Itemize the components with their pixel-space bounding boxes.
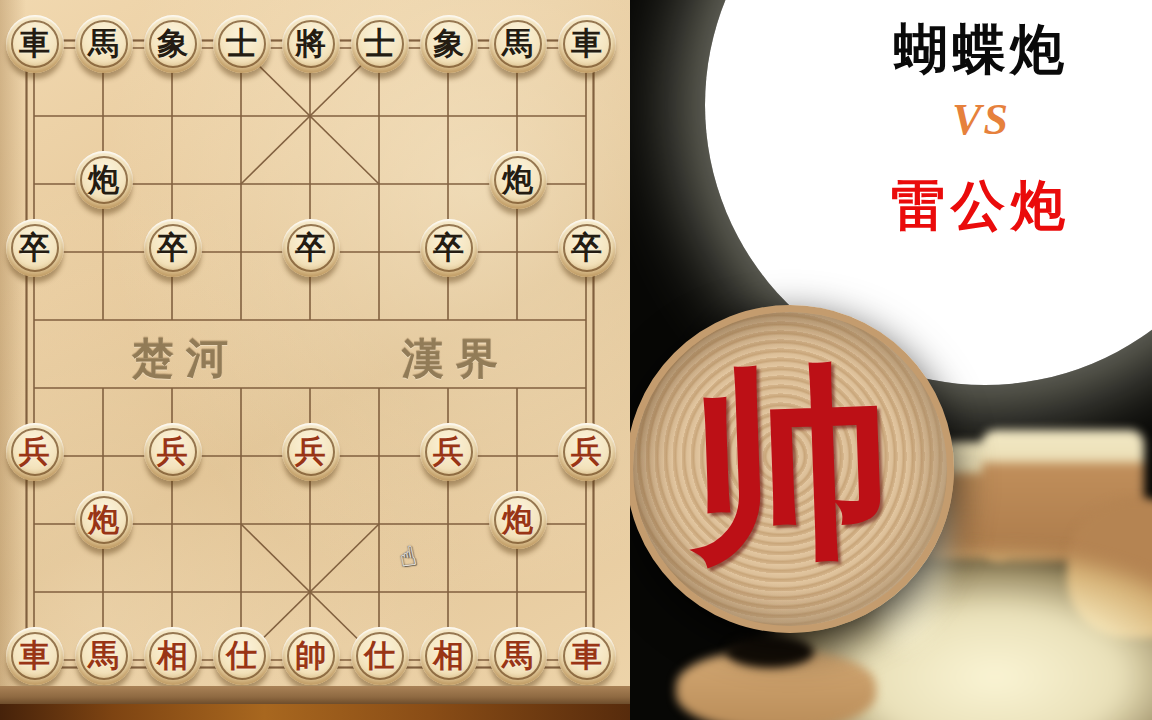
black-piece-r[interactable]: 車 xyxy=(558,15,616,73)
piece-character: 象 xyxy=(433,28,464,59)
board-cell-h5[interactable] xyxy=(483,286,552,354)
board-cell-e1[interactable] xyxy=(276,558,345,626)
title-thunder-cannon: 雷公炮 xyxy=(720,170,1152,243)
red-piece-A[interactable]: 仕 xyxy=(351,627,409,685)
piece-character: 仕 xyxy=(364,640,395,671)
black-piece-a[interactable]: 士 xyxy=(213,15,271,73)
board-cell-f4[interactable] xyxy=(345,354,414,422)
board-cell-d2[interactable] xyxy=(207,490,276,558)
board-cell-e2[interactable] xyxy=(276,490,345,558)
board-cell-f2[interactable] xyxy=(345,490,414,558)
board-cell-i0[interactable]: 車 xyxy=(552,626,621,694)
piece-character: 兵 xyxy=(19,436,50,467)
piece-contact-shadow xyxy=(726,636,814,668)
red-piece-B[interactable]: 相 xyxy=(420,627,478,685)
board-cell-g3[interactable]: 兵 xyxy=(414,422,483,490)
red-piece-R[interactable]: 車 xyxy=(558,627,616,685)
board-cell-c9[interactable]: 象 xyxy=(138,14,207,82)
board-cell-c2[interactable] xyxy=(138,490,207,558)
board-cell-a3[interactable]: 兵 xyxy=(0,422,69,490)
board-cell-i6[interactable]: 卒 xyxy=(552,218,621,286)
board-cell-g7[interactable] xyxy=(414,150,483,218)
board-cell-e4[interactable] xyxy=(276,354,345,422)
piece-character: 士 xyxy=(364,28,395,59)
board-cell-g4[interactable] xyxy=(414,354,483,422)
board-cell-g5[interactable] xyxy=(414,286,483,354)
board-cell-h8[interactable] xyxy=(483,82,552,150)
red-piece-C[interactable]: 炮 xyxy=(75,491,133,549)
board-cell-b0[interactable]: 馬 xyxy=(69,626,138,694)
board-cell-e0[interactable]: 帥 xyxy=(276,626,345,694)
board-cell-f1[interactable] xyxy=(345,558,414,626)
board-grid: 車馬象士將士象馬車炮炮卒卒卒卒卒兵兵兵兵兵炮炮車馬相仕帥仕相馬車 xyxy=(0,14,621,694)
red-piece-N[interactable]: 馬 xyxy=(75,627,133,685)
board-cell-e7[interactable] xyxy=(276,150,345,218)
board-cell-i1[interactable] xyxy=(552,558,621,626)
board-cell-i9[interactable]: 車 xyxy=(552,14,621,82)
board-cell-g9[interactable]: 象 xyxy=(414,14,483,82)
board-cell-i5[interactable] xyxy=(552,286,621,354)
board-cell-a9[interactable]: 車 xyxy=(0,14,69,82)
board-cell-b1[interactable] xyxy=(69,558,138,626)
red-piece-P[interactable]: 兵 xyxy=(558,423,616,481)
piece-character: 士 xyxy=(226,28,257,59)
piece-character: 相 xyxy=(157,640,188,671)
piece-character: 炮 xyxy=(502,504,533,535)
board-cell-a0[interactable]: 車 xyxy=(0,626,69,694)
piece-character: 卒 xyxy=(433,232,464,263)
board-cell-i2[interactable] xyxy=(552,490,621,558)
piece-character: 車 xyxy=(571,28,602,59)
board-cell-g1[interactable] xyxy=(414,558,483,626)
red-piece-P[interactable]: 兵 xyxy=(420,423,478,481)
piece-character: 馬 xyxy=(502,28,533,59)
piece-character: 兵 xyxy=(433,436,464,467)
board-cell-h1[interactable] xyxy=(483,558,552,626)
black-piece-p[interactable]: 卒 xyxy=(144,219,202,277)
board-cell-b3[interactable] xyxy=(69,422,138,490)
board-cell-a4[interactable] xyxy=(0,354,69,422)
board-cell-d3[interactable] xyxy=(207,422,276,490)
red-piece-P[interactable]: 兵 xyxy=(144,423,202,481)
board-cell-e9[interactable]: 將 xyxy=(276,14,345,82)
piece-character: 馬 xyxy=(88,640,119,671)
board-cell-g8[interactable] xyxy=(414,82,483,150)
board-cell-c0[interactable]: 相 xyxy=(138,626,207,694)
board-cell-c1[interactable] xyxy=(138,558,207,626)
black-piece-r[interactable]: 車 xyxy=(6,15,64,73)
board-cell-d7[interactable] xyxy=(207,150,276,218)
board-cell-g6[interactable]: 卒 xyxy=(414,218,483,286)
piece-character: 帥 xyxy=(295,640,326,671)
board-cell-d6[interactable] xyxy=(207,218,276,286)
board-cell-b7[interactable]: 炮 xyxy=(69,150,138,218)
piece-character: 將 xyxy=(295,28,326,59)
board-cell-a5[interactable] xyxy=(0,286,69,354)
board-cell-b8[interactable] xyxy=(69,82,138,150)
black-piece-a[interactable]: 士 xyxy=(351,15,409,73)
board-cell-b9[interactable]: 馬 xyxy=(69,14,138,82)
red-piece-N[interactable]: 馬 xyxy=(489,627,547,685)
board-cell-d8[interactable] xyxy=(207,82,276,150)
black-piece-b[interactable]: 象 xyxy=(144,15,202,73)
board-cell-a1[interactable] xyxy=(0,558,69,626)
board-cell-b5[interactable] xyxy=(69,286,138,354)
piece-character: 卒 xyxy=(295,232,326,263)
board-cell-h3[interactable] xyxy=(483,422,552,490)
xiangqi-board-panel: 楚河 漢界 車馬象士將士象馬車炮炮卒卒卒卒卒兵兵兵兵兵炮炮車馬相仕帥仕相馬車 ☝ xyxy=(0,0,630,720)
black-piece-c[interactable]: 炮 xyxy=(75,151,133,209)
red-piece-R[interactable]: 車 xyxy=(6,627,64,685)
red-piece-B[interactable]: 相 xyxy=(144,627,202,685)
board-cell-i3[interactable]: 兵 xyxy=(552,422,621,490)
board-cell-f8[interactable] xyxy=(345,82,414,150)
board-cell-d9[interactable]: 士 xyxy=(207,14,276,82)
piece-character: 卒 xyxy=(157,232,188,263)
board-cell-h7[interactable]: 炮 xyxy=(483,150,552,218)
board-cell-i7[interactable] xyxy=(552,150,621,218)
board-cell-a2[interactable] xyxy=(0,490,69,558)
piece-character: 炮 xyxy=(88,504,119,535)
red-piece-C[interactable]: 炮 xyxy=(489,491,547,549)
red-piece-P[interactable]: 兵 xyxy=(282,423,340,481)
piece-character: 炮 xyxy=(502,164,533,195)
piece-character: 車 xyxy=(19,640,50,671)
piece-character: 馬 xyxy=(502,640,533,671)
board-cell-e5[interactable] xyxy=(276,286,345,354)
board-cell-f7[interactable] xyxy=(345,150,414,218)
board-cell-d0[interactable]: 仕 xyxy=(207,626,276,694)
black-piece-n[interactable]: 馬 xyxy=(75,15,133,73)
board-cell-d4[interactable] xyxy=(207,354,276,422)
board-cell-b4[interactable] xyxy=(69,354,138,422)
board-cell-g2[interactable] xyxy=(414,490,483,558)
board-cell-h0[interactable]: 馬 xyxy=(483,626,552,694)
table-edge-strip xyxy=(0,704,630,720)
piece-character: 卒 xyxy=(19,232,50,263)
title-butterfly-cannon: 蝴蝶炮 xyxy=(720,14,1152,87)
board-cell-f0[interactable]: 仕 xyxy=(345,626,414,694)
title-vs-label: VS xyxy=(720,94,1152,145)
board-cell-i4[interactable] xyxy=(552,354,621,422)
board-cell-d1[interactable] xyxy=(207,558,276,626)
board-cell-f5[interactable] xyxy=(345,286,414,354)
board-cell-i8[interactable] xyxy=(552,82,621,150)
board-cell-g0[interactable]: 相 xyxy=(414,626,483,694)
board-cell-a7[interactable] xyxy=(0,150,69,218)
board-cell-h2[interactable]: 炮 xyxy=(483,490,552,558)
piece-character: 相 xyxy=(433,640,464,671)
board-cell-b2[interactable]: 炮 xyxy=(69,490,138,558)
red-piece-P[interactable]: 兵 xyxy=(6,423,64,481)
board-cell-e6[interactable]: 卒 xyxy=(276,218,345,286)
piece-character: 兵 xyxy=(295,436,326,467)
board-cell-c5[interactable] xyxy=(138,286,207,354)
board-cell-a8[interactable] xyxy=(0,82,69,150)
black-piece-p[interactable]: 卒 xyxy=(6,219,64,277)
piece-character: 炮 xyxy=(88,164,119,195)
piece-character: 象 xyxy=(157,28,188,59)
cover-panel: 帅 蝴蝶炮 VS 雷公炮 xyxy=(630,0,1152,720)
board-cell-f3[interactable] xyxy=(345,422,414,490)
piece-character: 兵 xyxy=(157,436,188,467)
black-piece-k[interactable]: 將 xyxy=(282,15,340,73)
piece-character: 車 xyxy=(19,28,50,59)
board-cell-c6[interactable]: 卒 xyxy=(138,218,207,286)
black-piece-p[interactable]: 卒 xyxy=(420,219,478,277)
board-cell-e3[interactable]: 兵 xyxy=(276,422,345,490)
board-cell-b6[interactable] xyxy=(69,218,138,286)
board-cell-h9[interactable]: 馬 xyxy=(483,14,552,82)
board-cell-h6[interactable] xyxy=(483,218,552,286)
screenshot-root: 楚河 漢界 車馬象士將士象馬車炮炮卒卒卒卒卒兵兵兵兵兵炮炮車馬相仕帥仕相馬車 ☝… xyxy=(0,0,1152,720)
black-piece-p[interactable]: 卒 xyxy=(282,219,340,277)
black-piece-n[interactable]: 馬 xyxy=(489,15,547,73)
piece-character: 兵 xyxy=(571,436,602,467)
piece-character: 卒 xyxy=(571,232,602,263)
black-piece-p[interactable]: 卒 xyxy=(558,219,616,277)
piece-character: 馬 xyxy=(88,28,119,59)
board-cell-f9[interactable]: 士 xyxy=(345,14,414,82)
board-bottom-edge xyxy=(0,686,630,704)
piece-character: 車 xyxy=(571,640,602,671)
board-cell-d5[interactable] xyxy=(207,286,276,354)
shuai-character: 帅 xyxy=(684,359,896,571)
black-piece-c[interactable]: 炮 xyxy=(489,151,547,209)
board-cell-f6[interactable] xyxy=(345,218,414,286)
board-cell-e8[interactable] xyxy=(276,82,345,150)
board-cell-h4[interactable] xyxy=(483,354,552,422)
piece-character: 仕 xyxy=(226,640,257,671)
red-piece-K[interactable]: 帥 xyxy=(282,627,340,685)
board-cell-a6[interactable]: 卒 xyxy=(0,218,69,286)
black-piece-b[interactable]: 象 xyxy=(420,15,478,73)
board-cell-c3[interactable]: 兵 xyxy=(138,422,207,490)
red-piece-A[interactable]: 仕 xyxy=(213,627,271,685)
board-cell-c7[interactable] xyxy=(138,150,207,218)
board-cell-c8[interactable] xyxy=(138,82,207,150)
shuai-piece: 帅 xyxy=(630,305,954,633)
board-cell-c4[interactable] xyxy=(138,354,207,422)
